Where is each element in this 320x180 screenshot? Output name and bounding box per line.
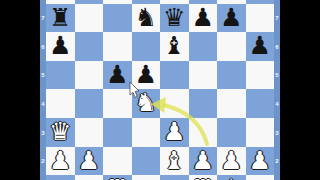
white-pawn-e3: ♟ xyxy=(163,118,185,147)
square-d6[interactable] xyxy=(132,32,161,61)
square-g5[interactable] xyxy=(217,61,246,90)
square-e5[interactable] xyxy=(160,61,189,90)
white-rook-f1: ♜ xyxy=(192,175,214,180)
black-rook-a7: ♜ xyxy=(49,4,71,33)
square-d3[interactable] xyxy=(132,118,161,147)
square-a1[interactable] xyxy=(46,175,75,180)
rank-label-7-left: 7 xyxy=(40,4,46,33)
square-a6[interactable]: ♟ xyxy=(46,32,75,61)
rank-label-3-right: 3 xyxy=(274,118,280,147)
chess-board: ♜♚♜♞♛♟♟♟♝♟♟♟♞♛♟♟♟♝♟♟♟♜♜♚ xyxy=(46,0,274,180)
white-queen-a3: ♛ xyxy=(49,118,71,147)
black-pawn-g7: ♟ xyxy=(220,4,242,33)
white-pawn-b2: ♟ xyxy=(78,147,100,176)
white-pawn-f2: ♟ xyxy=(192,147,214,176)
square-e7[interactable]: ♛ xyxy=(160,4,189,33)
square-g6[interactable] xyxy=(217,32,246,61)
square-e4[interactable] xyxy=(160,89,189,118)
rank-label-6-left: 6 xyxy=(40,32,46,61)
video-frame: ♜♚♜♞♛♟♟♟♝♟♟♟♞♛♟♟♟♝♟♟♟♜♜♚ 887766554433221… xyxy=(0,0,320,180)
black-bishop-e6: ♝ xyxy=(163,32,185,61)
white-knight-d4: ♞ xyxy=(135,89,157,118)
square-d1[interactable] xyxy=(132,175,161,180)
square-h2[interactable]: ♟ xyxy=(246,147,275,176)
square-e6[interactable]: ♝ xyxy=(160,32,189,61)
black-pawn-a6: ♟ xyxy=(49,32,71,61)
square-f7[interactable]: ♟ xyxy=(189,4,218,33)
rank-label-2-right: 2 xyxy=(274,147,280,176)
square-f5[interactable] xyxy=(189,61,218,90)
square-g3[interactable] xyxy=(217,118,246,147)
rank-label-4-left: 4 xyxy=(40,89,46,118)
white-rook-c1: ♜ xyxy=(106,175,128,180)
square-a3[interactable]: ♛ xyxy=(46,118,75,147)
black-pawn-h6: ♟ xyxy=(249,32,271,61)
square-b5[interactable] xyxy=(75,61,104,90)
white-pawn-h2: ♟ xyxy=(249,147,271,176)
square-c2[interactable] xyxy=(103,147,132,176)
square-f4[interactable] xyxy=(189,89,218,118)
square-g7[interactable]: ♟ xyxy=(217,4,246,33)
black-queen-e7: ♛ xyxy=(163,4,185,33)
rank-label-4-right: 4 xyxy=(274,89,280,118)
square-h4[interactable] xyxy=(246,89,275,118)
square-g1[interactable]: ♚ xyxy=(217,175,246,180)
square-h5[interactable] xyxy=(246,61,275,90)
square-h1[interactable] xyxy=(246,175,275,180)
black-knight-d7: ♞ xyxy=(135,4,157,33)
square-d2[interactable] xyxy=(132,147,161,176)
square-a2[interactable]: ♟ xyxy=(46,147,75,176)
black-pawn-f7: ♟ xyxy=(192,4,214,33)
square-a4[interactable] xyxy=(46,89,75,118)
square-a5[interactable] xyxy=(46,61,75,90)
square-f6[interactable] xyxy=(189,32,218,61)
square-b7[interactable] xyxy=(75,4,104,33)
white-pawn-a2: ♟ xyxy=(49,147,71,176)
square-c4[interactable] xyxy=(103,89,132,118)
square-d4[interactable]: ♞ xyxy=(132,89,161,118)
white-pawn-g2: ♟ xyxy=(220,147,242,176)
square-c7[interactable] xyxy=(103,4,132,33)
rank-label-6-right: 6 xyxy=(274,32,280,61)
rank-label-3-left: 3 xyxy=(40,118,46,147)
square-c3[interactable] xyxy=(103,118,132,147)
square-b4[interactable] xyxy=(75,89,104,118)
square-h3[interactable] xyxy=(246,118,275,147)
square-b6[interactable] xyxy=(75,32,104,61)
square-b1[interactable] xyxy=(75,175,104,180)
square-d5[interactable]: ♟ xyxy=(132,61,161,90)
rank-label-1-left: 1 xyxy=(40,175,46,180)
rank-label-7-right: 7 xyxy=(274,4,280,33)
square-f2[interactable]: ♟ xyxy=(189,147,218,176)
square-c5[interactable]: ♟ xyxy=(103,61,132,90)
rank-label-5-right: 5 xyxy=(274,61,280,90)
black-pawn-d5: ♟ xyxy=(135,61,157,90)
square-g4[interactable] xyxy=(217,89,246,118)
square-a7[interactable]: ♜ xyxy=(46,4,75,33)
square-h6[interactable]: ♟ xyxy=(246,32,275,61)
square-e2[interactable]: ♝ xyxy=(160,147,189,176)
square-h7[interactable] xyxy=(246,4,275,33)
square-c1[interactable]: ♜ xyxy=(103,175,132,180)
square-e3[interactable]: ♟ xyxy=(160,118,189,147)
square-g2[interactable]: ♟ xyxy=(217,147,246,176)
black-pawn-c5: ♟ xyxy=(106,61,128,90)
rank-label-1-right: 1 xyxy=(274,175,280,180)
rank-label-2-left: 2 xyxy=(40,147,46,176)
square-f3[interactable] xyxy=(189,118,218,147)
square-d7[interactable]: ♞ xyxy=(132,4,161,33)
square-b2[interactable]: ♟ xyxy=(75,147,104,176)
square-b3[interactable] xyxy=(75,118,104,147)
rank-label-5-left: 5 xyxy=(40,61,46,90)
square-c6[interactable] xyxy=(103,32,132,61)
square-f1[interactable]: ♜ xyxy=(189,175,218,180)
square-e1[interactable] xyxy=(160,175,189,180)
white-bishop-e2: ♝ xyxy=(163,147,185,176)
white-king-g1: ♚ xyxy=(220,175,242,180)
